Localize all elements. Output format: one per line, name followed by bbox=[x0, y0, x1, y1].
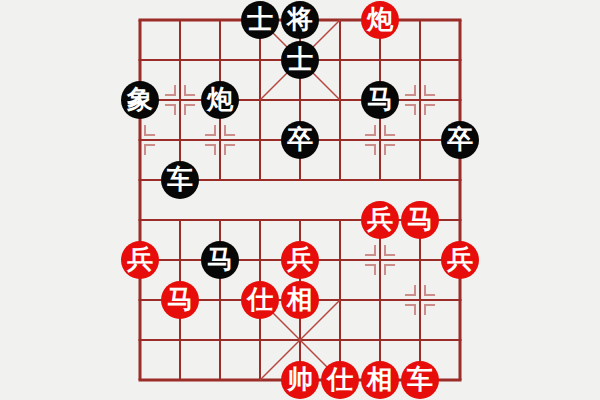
black-general[interactable]: 将 bbox=[281, 1, 319, 39]
black-pawn[interactable]: 卒 bbox=[441, 121, 479, 159]
black-cannon[interactable]: 炮 bbox=[201, 81, 239, 119]
pieces-layer: 士将炮士象炮马卒卒车兵马兵马兵兵马仕相帅仕相车 bbox=[0, 0, 600, 400]
black-pawn[interactable]: 卒 bbox=[281, 121, 319, 159]
red-pawn[interactable]: 兵 bbox=[361, 201, 399, 239]
black-horse[interactable]: 马 bbox=[361, 81, 399, 119]
red-pawn[interactable]: 兵 bbox=[281, 241, 319, 279]
black-advisor[interactable]: 士 bbox=[281, 41, 319, 79]
black-elephant[interactable]: 象 bbox=[121, 81, 159, 119]
black-chariot[interactable]: 车 bbox=[161, 161, 199, 199]
xiangqi-board: 士将炮士象炮马卒卒车兵马兵马兵兵马仕相帅仕相车 bbox=[0, 0, 600, 400]
red-horse[interactable]: 马 bbox=[401, 201, 439, 239]
red-pawn[interactable]: 兵 bbox=[121, 241, 159, 279]
red-chariot[interactable]: 车 bbox=[401, 361, 439, 399]
red-pawn[interactable]: 兵 bbox=[441, 241, 479, 279]
red-horse[interactable]: 马 bbox=[161, 281, 199, 319]
black-horse[interactable]: 马 bbox=[201, 241, 239, 279]
red-elephant[interactable]: 相 bbox=[361, 361, 399, 399]
black-advisor[interactable]: 士 bbox=[241, 1, 279, 39]
red-advisor[interactable]: 仕 bbox=[321, 361, 359, 399]
red-elephant[interactable]: 相 bbox=[281, 281, 319, 319]
red-advisor[interactable]: 仕 bbox=[241, 281, 279, 319]
red-cannon[interactable]: 炮 bbox=[361, 1, 399, 39]
red-general[interactable]: 帅 bbox=[281, 361, 319, 399]
